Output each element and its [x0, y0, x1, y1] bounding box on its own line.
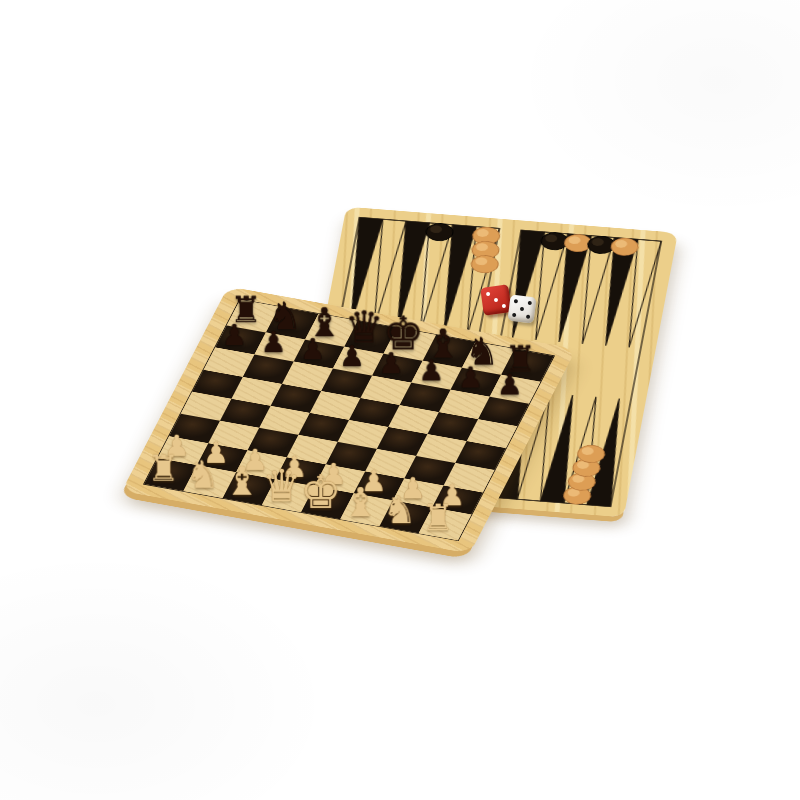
die-pip: [512, 313, 516, 317]
die-red[interactable]: [480, 284, 512, 316]
product-photo-stage: ♜♞♝♛♚♝♞♜♟♟♟♟♟♟♟♟♟♟♟♟♟♟♟♟♜♞♝♛♚♝♞♜: [0, 0, 800, 800]
die-pip: [494, 298, 499, 303]
die-pip: [485, 291, 490, 296]
die-pip: [502, 304, 507, 309]
die-pip: [527, 301, 531, 305]
die-pip: [520, 307, 524, 311]
dice-layer: [0, 0, 800, 800]
die-white[interactable]: [508, 295, 537, 324]
die-pip: [514, 299, 518, 303]
die-pip: [526, 314, 530, 318]
